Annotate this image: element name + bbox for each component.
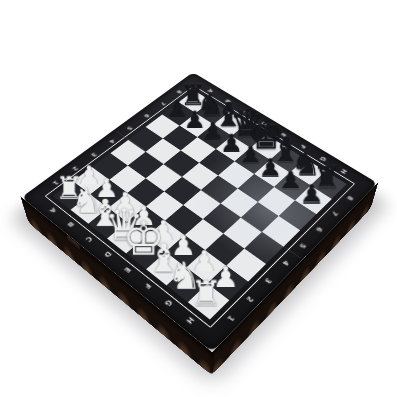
- file-label-c-near: C: [84, 235, 93, 242]
- rank-label-3-left: 3: [89, 151, 97, 157]
- rank-label-6-right: 6: [314, 225, 323, 232]
- rank-label-5-left: 5: [125, 125, 133, 130]
- file-label-d-near: D: [102, 250, 112, 258]
- chess-set-photo: ♜♞♝♛♚♝♞♜♟♟♟♟♟♟♟♟♟♟♟♟♟♟♟♟♜♞♝♛♚♝♞♜ AABBCCD…: [0, 0, 397, 397]
- rank-label-5-right: 5: [297, 242, 306, 249]
- rank-label-3-right: 3: [263, 276, 272, 284]
- file-label-e-near: E: [122, 266, 131, 274]
- rank-label-8-right: 8: [345, 194, 354, 200]
- rank-label-6-left: 6: [142, 113, 150, 118]
- rank-label-4-right: 4: [280, 259, 289, 266]
- board-case-top: ♜♞♝♛♚♝♞♜♟♟♟♟♟♟♟♟♟♟♟♟♟♟♟♟♜♞♝♛♚♝♞♜ AABBCCD…: [22, 72, 378, 352]
- rank-label-7-right: 7: [330, 210, 339, 217]
- file-label-g-near: G: [163, 298, 173, 307]
- rank-label-1-right: 1: [225, 314, 235, 322]
- file-label-f-near: F: [142, 282, 151, 290]
- file-label-b-near: B: [66, 220, 75, 227]
- file-label-a-near: A: [48, 206, 57, 213]
- rank-label-2-right: 2: [244, 295, 254, 303]
- chess-board-3d: ♜♞♝♛♚♝♞♜♟♟♟♟♟♟♟♟♟♟♟♟♟♟♟♟♜♞♝♛♚♝♞♜ AABBCCD…: [22, 72, 378, 352]
- file-label-h-near: H: [184, 315, 194, 324]
- rank-label-4-left: 4: [108, 138, 116, 144]
